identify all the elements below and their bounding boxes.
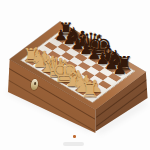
piece-white-rook-h1: ♜	[80, 79, 99, 100]
watermark-logo-dot	[73, 135, 76, 138]
chess-pieces: ♜♟♞♟♝♟♛♟♚♟♟♝♜♟♟♞♞♟♟♜♝♟♟♛♟♚♟♝♟♞♟♜	[0, 0, 150, 150]
watermark-text-illegible	[63, 142, 84, 146]
piece-black-pawn-h7: ♟	[112, 61, 126, 77]
product-photo-chess-box: ♜♟♞♟♝♟♛♟♚♟♟♝♜♟♟♞♞♟♟♜♝♟♟♛♟♚♟♝♟♞♟♜	[0, 0, 150, 150]
